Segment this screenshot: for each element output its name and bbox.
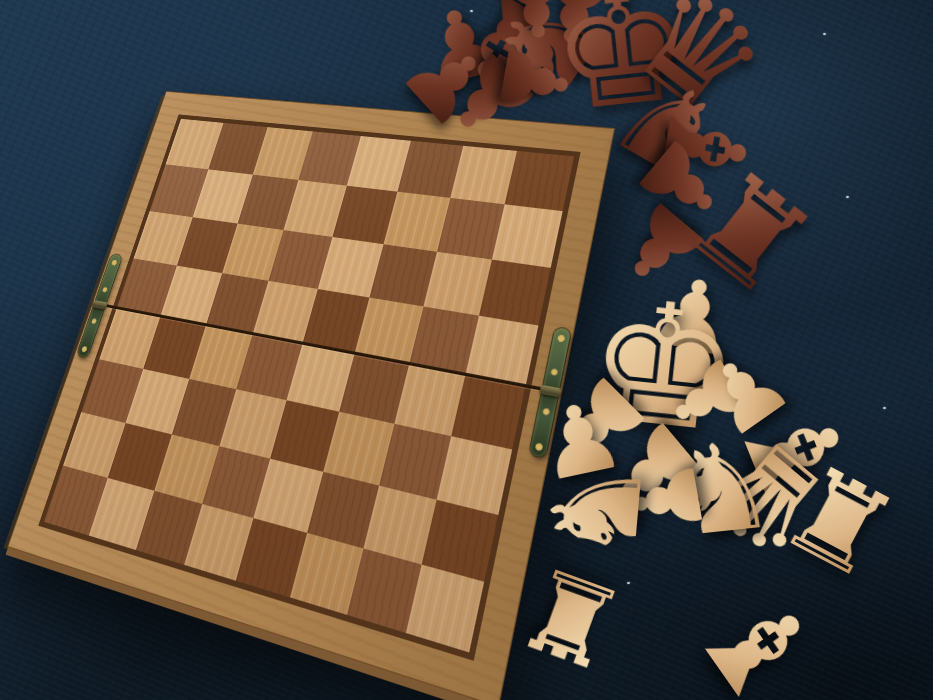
square-h1[interactable] xyxy=(406,565,484,653)
square-h7[interactable] xyxy=(492,204,562,267)
square-h6[interactable] xyxy=(479,259,551,326)
photo-scene: ♟♟♝♞♟♟♟♟♚♛♞♝♟♟♜♟♚♟♟♟♟♝♟♛♜♞♟♞♜♝ xyxy=(0,0,933,700)
square-h8[interactable] xyxy=(505,151,574,211)
